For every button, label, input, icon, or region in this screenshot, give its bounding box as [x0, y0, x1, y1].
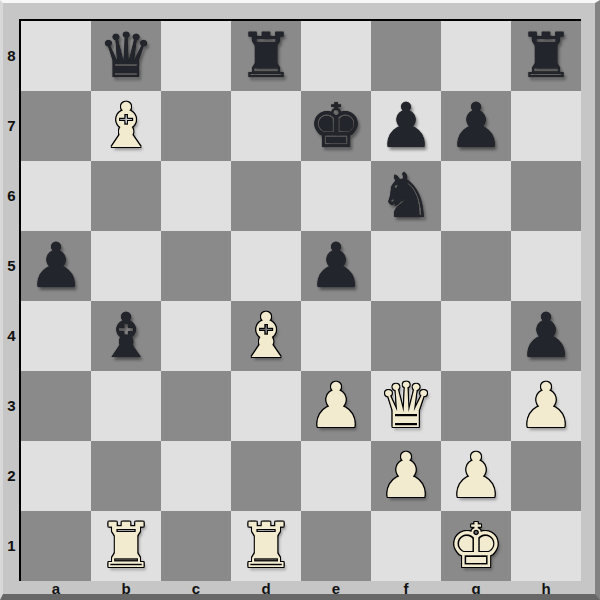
- file-label-a: a: [21, 581, 91, 597]
- square-d2[interactable]: [231, 441, 301, 511]
- square-h5[interactable]: [511, 231, 581, 301]
- black-pawn[interactable]: ♟: [441, 91, 511, 161]
- file-label-e: e: [301, 581, 371, 597]
- square-h2[interactable]: [511, 441, 581, 511]
- square-d1[interactable]: ♜: [231, 511, 301, 581]
- square-g6[interactable]: [441, 161, 511, 231]
- square-d3[interactable]: [231, 371, 301, 441]
- square-g4[interactable]: [441, 301, 511, 371]
- black-knight[interactable]: ♞: [371, 161, 441, 231]
- white-rook[interactable]: ♜: [91, 511, 161, 581]
- square-g5[interactable]: [441, 231, 511, 301]
- white-queen[interactable]: ♛: [371, 371, 441, 441]
- square-d4[interactable]: ♝: [231, 301, 301, 371]
- square-f7[interactable]: ♟: [371, 91, 441, 161]
- file-label-h: h: [511, 581, 581, 597]
- rank-label-8: 8: [4, 21, 19, 91]
- square-a2[interactable]: [21, 441, 91, 511]
- rank-label-2: 2: [4, 441, 19, 511]
- square-b2[interactable]: [91, 441, 161, 511]
- square-b6[interactable]: [91, 161, 161, 231]
- rank-label-3: 3: [4, 371, 19, 441]
- file-label-f: f: [371, 581, 441, 597]
- chess-board[interactable]: ♛♜♜♝♚♟♟♞♟♟♝♝♟♟♛♟♟♟♜♜♚: [19, 19, 581, 581]
- square-e3[interactable]: ♟: [301, 371, 371, 441]
- square-e8[interactable]: [301, 21, 371, 91]
- square-a3[interactable]: [21, 371, 91, 441]
- rank-label-5: 5: [4, 231, 19, 301]
- square-b3[interactable]: [91, 371, 161, 441]
- square-d6[interactable]: [231, 161, 301, 231]
- black-king[interactable]: ♚: [301, 91, 371, 161]
- square-b4[interactable]: ♝: [91, 301, 161, 371]
- square-b5[interactable]: [91, 231, 161, 301]
- square-e6[interactable]: [301, 161, 371, 231]
- white-bishop[interactable]: ♝: [91, 91, 161, 161]
- square-f5[interactable]: [371, 231, 441, 301]
- square-a5[interactable]: ♟: [21, 231, 91, 301]
- square-a6[interactable]: [21, 161, 91, 231]
- chessboard-frame: 87654321 ♛♜♜♝♚♟♟♞♟♟♝♝♟♟♛♟♟♟♜♜♚ abcdefgh: [0, 0, 600, 600]
- file-label-c: c: [161, 581, 231, 597]
- square-a4[interactable]: [21, 301, 91, 371]
- square-g1[interactable]: ♚: [441, 511, 511, 581]
- square-d7[interactable]: [231, 91, 301, 161]
- rank-label-6: 6: [4, 161, 19, 231]
- white-rook[interactable]: ♜: [231, 511, 301, 581]
- black-bishop[interactable]: ♝: [91, 301, 161, 371]
- black-rook[interactable]: ♜: [511, 21, 581, 91]
- square-c7[interactable]: [161, 91, 231, 161]
- square-f6[interactable]: ♞: [371, 161, 441, 231]
- square-d5[interactable]: [231, 231, 301, 301]
- file-label-g: g: [441, 581, 511, 597]
- black-queen[interactable]: ♛: [91, 21, 161, 91]
- square-a7[interactable]: [21, 91, 91, 161]
- square-g3[interactable]: [441, 371, 511, 441]
- rank-label-1: 1: [4, 511, 19, 581]
- square-e5[interactable]: ♟: [301, 231, 371, 301]
- square-f2[interactable]: ♟: [371, 441, 441, 511]
- rank-label-4: 4: [4, 301, 19, 371]
- square-c1[interactable]: [161, 511, 231, 581]
- square-d8[interactable]: ♜: [231, 21, 301, 91]
- square-b1[interactable]: ♜: [91, 511, 161, 581]
- black-pawn[interactable]: ♟: [371, 91, 441, 161]
- square-c6[interactable]: [161, 161, 231, 231]
- black-pawn[interactable]: ♟: [301, 231, 371, 301]
- square-f1[interactable]: [371, 511, 441, 581]
- file-labels: abcdefgh: [21, 581, 581, 597]
- square-g8[interactable]: [441, 21, 511, 91]
- square-a1[interactable]: [21, 511, 91, 581]
- square-c4[interactable]: [161, 301, 231, 371]
- square-g7[interactable]: ♟: [441, 91, 511, 161]
- black-pawn[interactable]: ♟: [511, 301, 581, 371]
- white-pawn[interactable]: ♟: [441, 441, 511, 511]
- square-e4[interactable]: [301, 301, 371, 371]
- square-b7[interactable]: ♝: [91, 91, 161, 161]
- square-b8[interactable]: ♛: [91, 21, 161, 91]
- square-g2[interactable]: ♟: [441, 441, 511, 511]
- square-e7[interactable]: ♚: [301, 91, 371, 161]
- square-e2[interactable]: [301, 441, 371, 511]
- square-a8[interactable]: [21, 21, 91, 91]
- square-h1[interactable]: [511, 511, 581, 581]
- square-h4[interactable]: ♟: [511, 301, 581, 371]
- white-pawn[interactable]: ♟: [511, 371, 581, 441]
- white-bishop[interactable]: ♝: [231, 301, 301, 371]
- square-h3[interactable]: ♟: [511, 371, 581, 441]
- square-h8[interactable]: ♜: [511, 21, 581, 91]
- file-label-b: b: [91, 581, 161, 597]
- square-h6[interactable]: [511, 161, 581, 231]
- file-label-d: d: [231, 581, 301, 597]
- square-c5[interactable]: [161, 231, 231, 301]
- rank-labels: 87654321: [4, 21, 19, 581]
- square-f4[interactable]: [371, 301, 441, 371]
- black-rook[interactable]: ♜: [231, 21, 301, 91]
- black-pawn[interactable]: ♟: [21, 231, 91, 301]
- square-e1[interactable]: [301, 511, 371, 581]
- square-f3[interactable]: ♛: [371, 371, 441, 441]
- white-pawn[interactable]: ♟: [301, 371, 371, 441]
- square-c2[interactable]: [161, 441, 231, 511]
- rank-label-7: 7: [4, 91, 19, 161]
- white-king[interactable]: ♚: [441, 511, 511, 581]
- square-f8[interactable]: [371, 21, 441, 91]
- white-pawn[interactable]: ♟: [371, 441, 441, 511]
- square-h7[interactable]: [511, 91, 581, 161]
- square-c8[interactable]: [161, 21, 231, 91]
- square-c3[interactable]: [161, 371, 231, 441]
